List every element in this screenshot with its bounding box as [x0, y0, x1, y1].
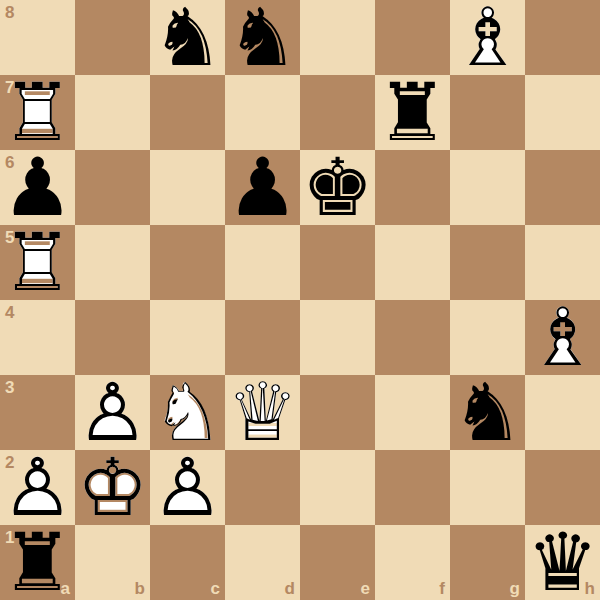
square-f4[interactable]: [375, 300, 450, 375]
square-c7[interactable]: [150, 75, 225, 150]
square-a4[interactable]: 4: [0, 300, 75, 375]
square-e6[interactable]: ♚: [300, 150, 375, 225]
square-d4[interactable]: [225, 300, 300, 375]
square-b4[interactable]: [75, 300, 150, 375]
white-bishop-h4[interactable]: ♝♗: [525, 300, 600, 375]
white-knight-c3[interactable]: ♞♘: [150, 375, 225, 450]
square-d8[interactable]: ♞: [225, 0, 300, 75]
square-g7[interactable]: [450, 75, 525, 150]
black-rook-f7[interactable]: ♜: [375, 75, 450, 150]
square-b3[interactable]: ♟♙: [75, 375, 150, 450]
square-g6[interactable]: [450, 150, 525, 225]
square-a5[interactable]: 5♜♖: [0, 225, 75, 300]
rank-label-6: 6: [5, 153, 14, 173]
black-knight-icon: ♞: [225, 0, 300, 75]
white-pawn-outline-icon: ♙: [75, 375, 150, 450]
square-h4[interactable]: ♝♗: [525, 300, 600, 375]
square-f5[interactable]: [375, 225, 450, 300]
black-king-icon: ♚: [300, 150, 375, 225]
file-label-d: d: [285, 579, 295, 599]
square-g5[interactable]: [450, 225, 525, 300]
square-f6[interactable]: [375, 150, 450, 225]
square-d2[interactable]: [225, 450, 300, 525]
square-d3[interactable]: ♛♕: [225, 375, 300, 450]
square-b1[interactable]: b: [75, 525, 150, 600]
black-knight-d8[interactable]: ♞: [225, 0, 300, 75]
square-d1[interactable]: d: [225, 525, 300, 600]
square-h7[interactable]: [525, 75, 600, 150]
square-d7[interactable]: [225, 75, 300, 150]
file-label-h: h: [585, 579, 595, 599]
rank-label-7: 7: [5, 78, 14, 98]
square-b8[interactable]: [75, 0, 150, 75]
black-pawn-icon: ♟: [225, 150, 300, 225]
white-bishop-g8[interactable]: ♝♗: [450, 0, 525, 75]
square-d6[interactable]: ♟: [225, 150, 300, 225]
square-h2[interactable]: [525, 450, 600, 525]
black-knight-c8[interactable]: ♞: [150, 0, 225, 75]
square-e5[interactable]: [300, 225, 375, 300]
square-a3[interactable]: 3: [0, 375, 75, 450]
square-b7[interactable]: [75, 75, 150, 150]
black-knight-icon: ♞: [450, 375, 525, 450]
rank-label-3: 3: [5, 378, 14, 398]
white-bishop-outline-icon: ♗: [525, 300, 600, 375]
square-e2[interactable]: [300, 450, 375, 525]
square-c3[interactable]: ♞♘: [150, 375, 225, 450]
square-g8[interactable]: ♝♗: [450, 0, 525, 75]
square-h6[interactable]: [525, 150, 600, 225]
square-c6[interactable]: [150, 150, 225, 225]
square-h8[interactable]: [525, 0, 600, 75]
white-king-outline-icon: ♔: [75, 450, 150, 525]
white-bishop-outline-icon: ♗: [450, 0, 525, 75]
black-king-e6[interactable]: ♚: [300, 150, 375, 225]
square-g4[interactable]: [450, 300, 525, 375]
square-f7[interactable]: ♜: [375, 75, 450, 150]
rank-label-8: 8: [5, 3, 14, 23]
white-pawn-b3[interactable]: ♟♙: [75, 375, 150, 450]
square-h3[interactable]: [525, 375, 600, 450]
square-a6[interactable]: 6♟: [0, 150, 75, 225]
square-c4[interactable]: [150, 300, 225, 375]
white-pawn-outline-icon: ♙: [150, 450, 225, 525]
rank-label-4: 4: [5, 303, 14, 323]
square-a2[interactable]: 2♟♙: [0, 450, 75, 525]
square-e7[interactable]: [300, 75, 375, 150]
square-h5[interactable]: [525, 225, 600, 300]
white-queen-outline-icon: ♕: [225, 375, 300, 450]
file-label-f: f: [439, 579, 445, 599]
file-label-c: c: [211, 579, 220, 599]
square-c1[interactable]: c: [150, 525, 225, 600]
white-king-b2[interactable]: ♚♔: [75, 450, 150, 525]
square-e3[interactable]: [300, 375, 375, 450]
square-e1[interactable]: e: [300, 525, 375, 600]
file-label-e: e: [361, 579, 370, 599]
black-knight-g3[interactable]: ♞: [450, 375, 525, 450]
square-b6[interactable]: [75, 150, 150, 225]
square-a1[interactable]: 1a♜: [0, 525, 75, 600]
square-a7[interactable]: 7♜♖: [0, 75, 75, 150]
square-e4[interactable]: [300, 300, 375, 375]
square-g2[interactable]: [450, 450, 525, 525]
white-queen-d3[interactable]: ♛♕: [225, 375, 300, 450]
square-g1[interactable]: g: [450, 525, 525, 600]
square-h1[interactable]: h♛: [525, 525, 600, 600]
black-rook-icon: ♜: [375, 75, 450, 150]
square-e8[interactable]: [300, 0, 375, 75]
square-f3[interactable]: [375, 375, 450, 450]
chess-board: 8♞♞♝♗7♜♖♜6♟♟♚5♜♖4♝♗3♟♙♞♘♛♕♞2♟♙♚♔♟♙1a♜bcd…: [0, 0, 600, 600]
black-knight-icon: ♞: [150, 0, 225, 75]
square-f1[interactable]: f: [375, 525, 450, 600]
square-f2[interactable]: [375, 450, 450, 525]
rank-label-2: 2: [5, 453, 14, 473]
square-c8[interactable]: ♞: [150, 0, 225, 75]
square-a8[interactable]: 8: [0, 0, 75, 75]
black-pawn-d6[interactable]: ♟: [225, 150, 300, 225]
square-c2[interactable]: ♟♙: [150, 450, 225, 525]
rank-label-1: 1: [5, 528, 14, 548]
square-b2[interactable]: ♚♔: [75, 450, 150, 525]
square-b5[interactable]: [75, 225, 150, 300]
white-knight-outline-icon: ♘: [150, 375, 225, 450]
square-g3[interactable]: ♞: [450, 375, 525, 450]
square-c5[interactable]: [150, 225, 225, 300]
rank-label-5: 5: [5, 228, 14, 248]
file-label-b: b: [135, 579, 145, 599]
white-pawn-c2[interactable]: ♟♙: [150, 450, 225, 525]
file-label-g: g: [510, 579, 520, 599]
square-d5[interactable]: [225, 225, 300, 300]
file-label-a: a: [61, 579, 70, 599]
square-f8[interactable]: [375, 0, 450, 75]
